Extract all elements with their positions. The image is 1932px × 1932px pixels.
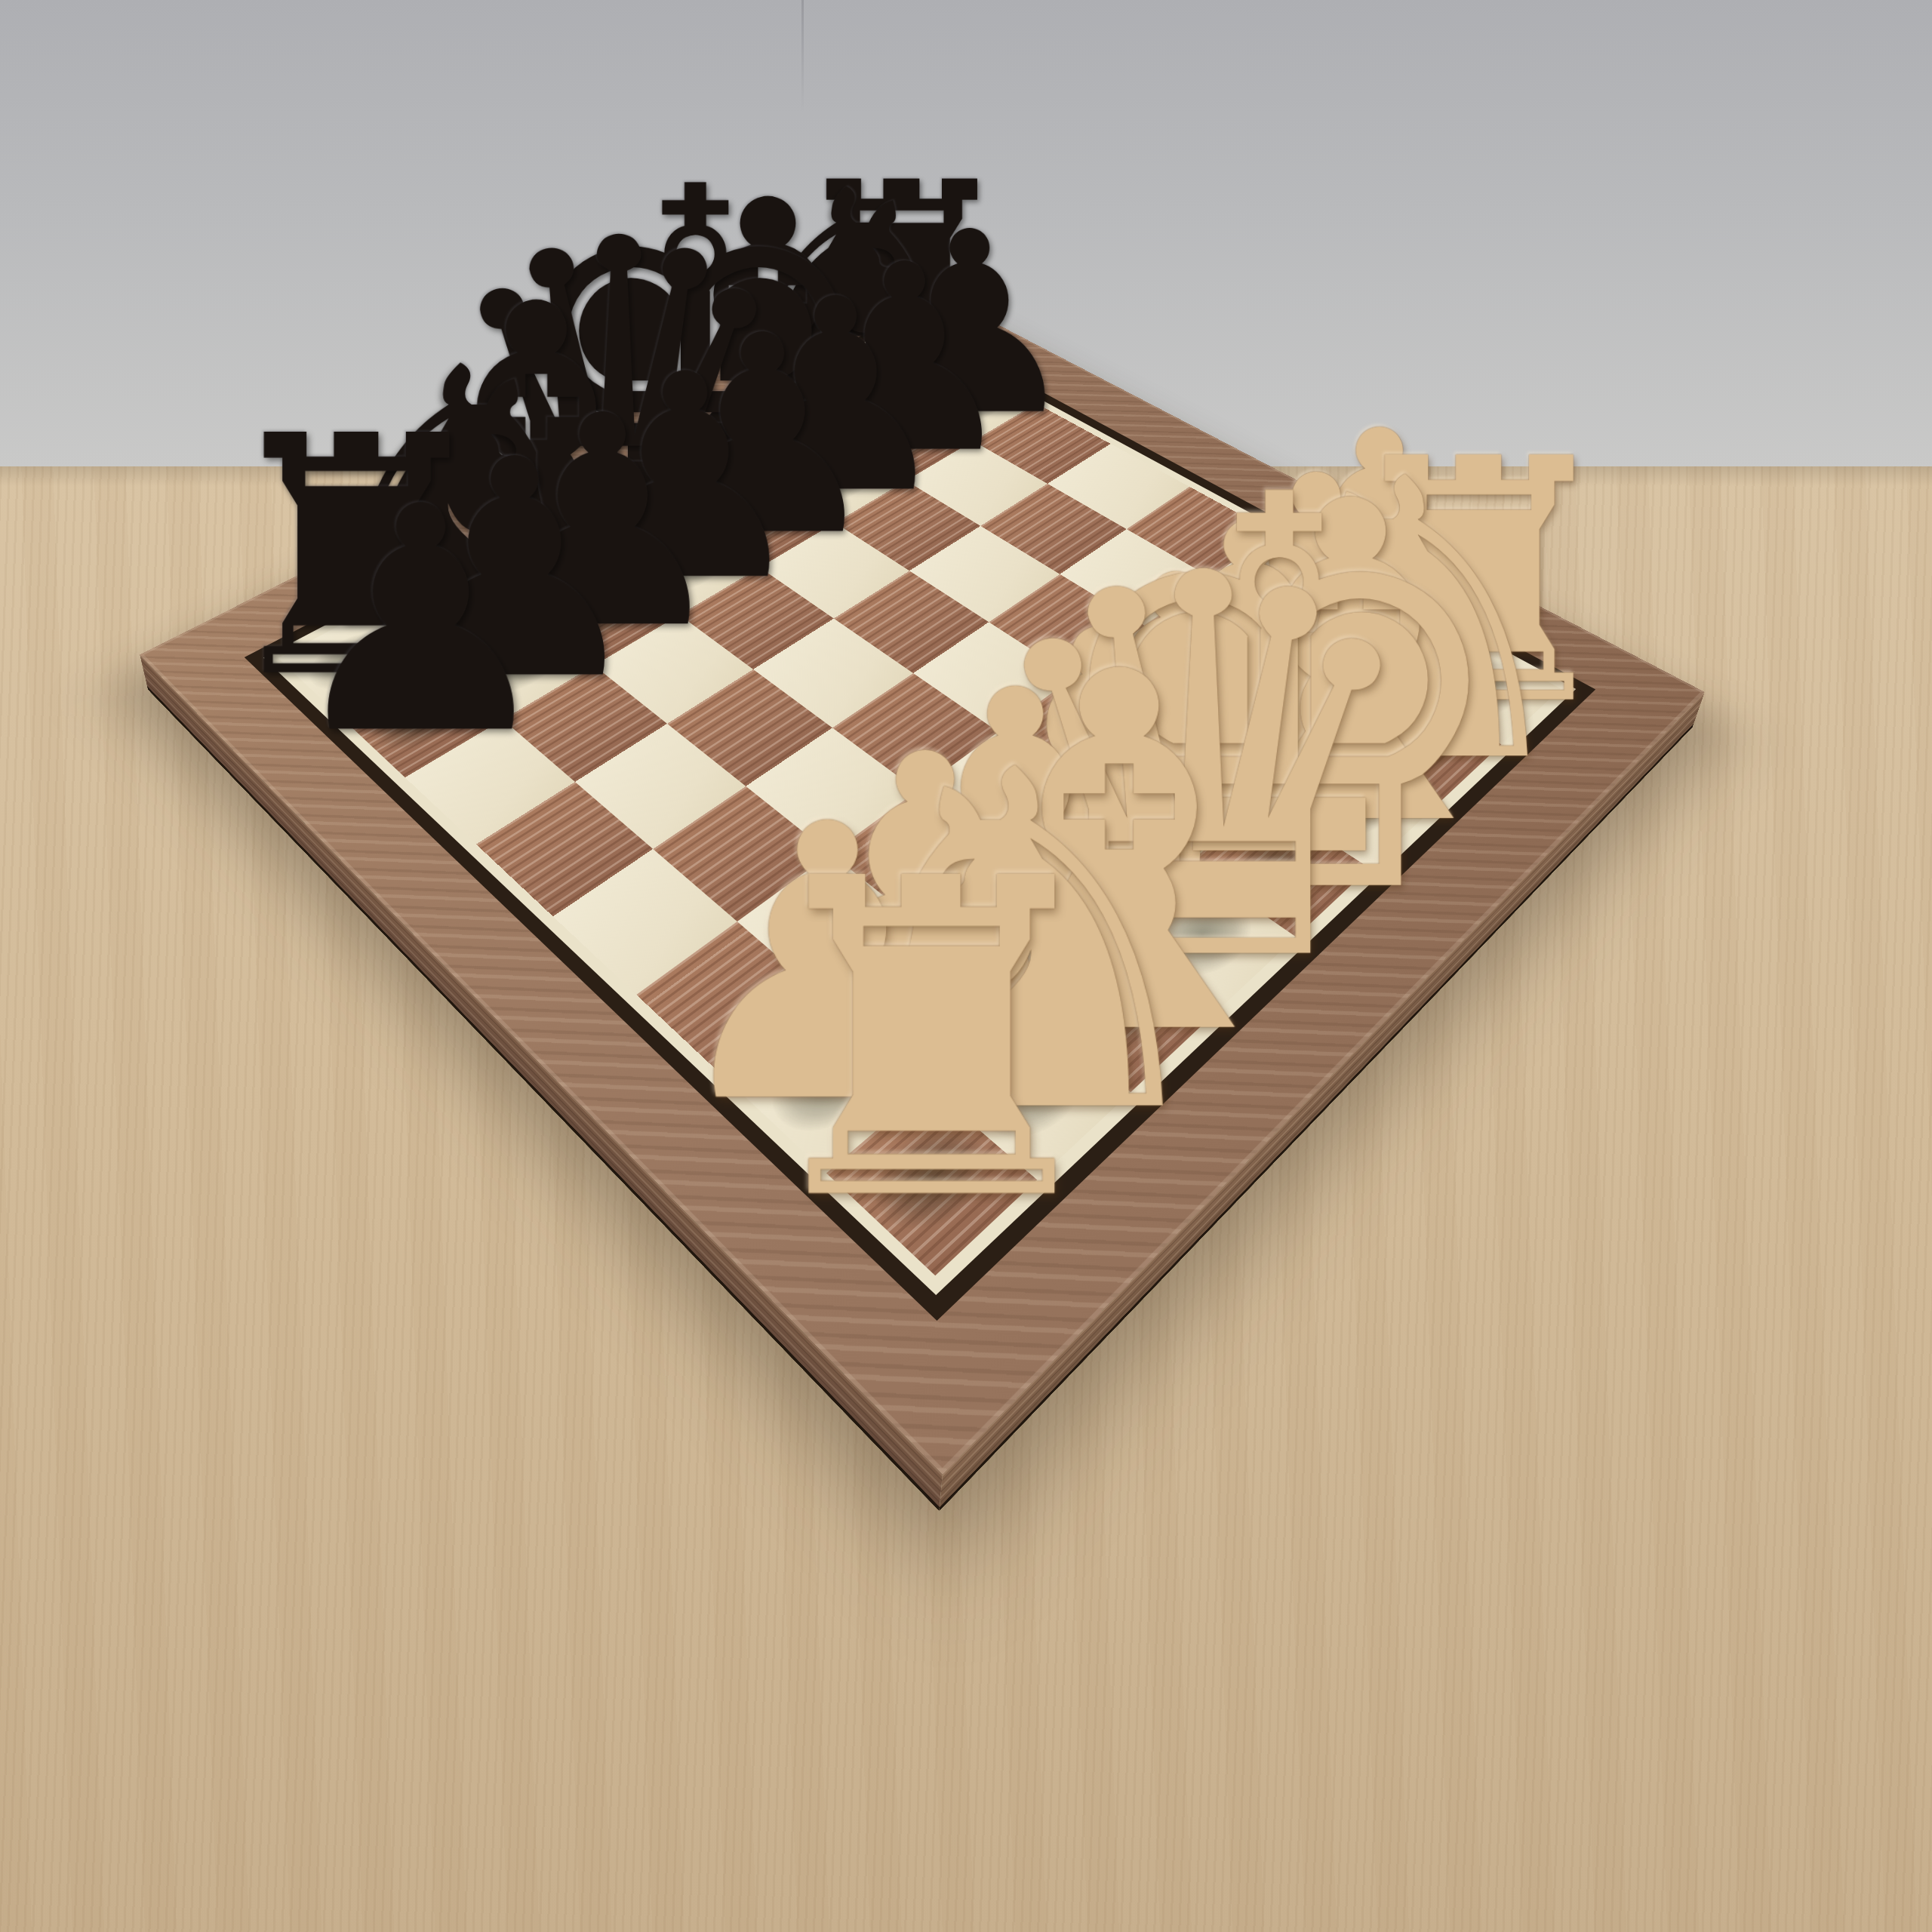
piece-white-rook-a1: ♜	[736, 823, 1128, 1259]
square-a1: ♜	[826, 1086, 1037, 1275]
scene: ♜♞♝♛♚♝♞♜♟♟♟♟♟♟♟♟♟♟♟♟♟♟♟♟♜♞♝♛♚♝♞♜	[0, 0, 1932, 1932]
